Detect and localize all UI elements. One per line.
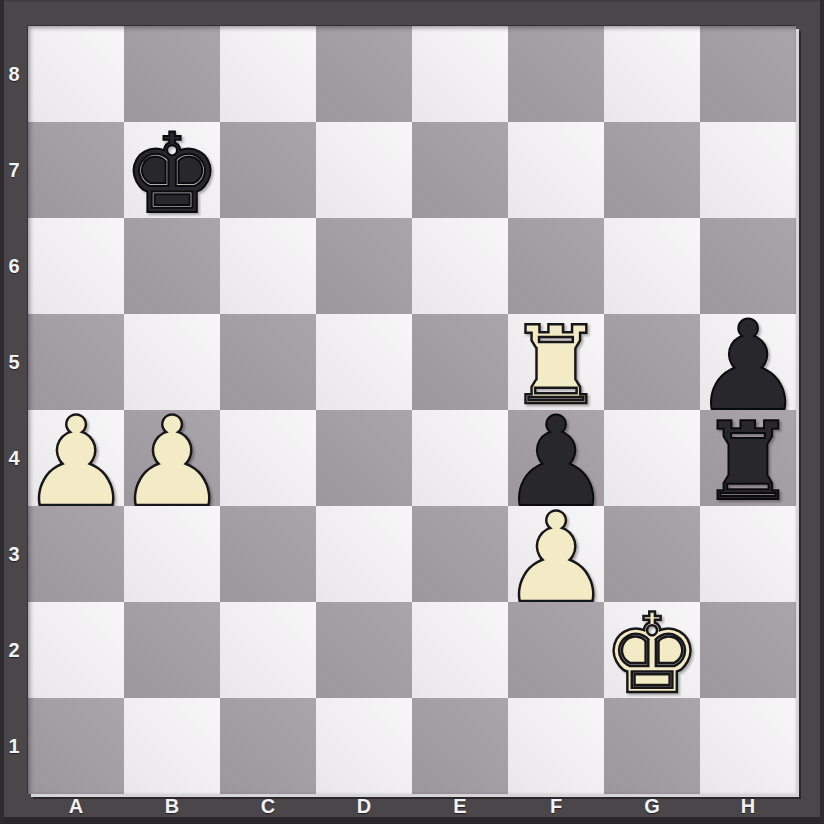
square-f1[interactable]	[508, 698, 604, 794]
square-a4[interactable]: ♟	[28, 410, 124, 506]
square-e7[interactable]	[412, 122, 508, 218]
square-b1[interactable]	[124, 698, 220, 794]
square-e2[interactable]	[412, 602, 508, 698]
rank-label-6: 6	[0, 218, 28, 314]
square-b2[interactable]	[124, 602, 220, 698]
square-a1[interactable]	[28, 698, 124, 794]
square-a3[interactable]	[28, 506, 124, 602]
square-f8[interactable]	[508, 26, 604, 122]
square-h1[interactable]	[700, 698, 796, 794]
square-g8[interactable]	[604, 26, 700, 122]
rank-label-3: 3	[0, 506, 28, 602]
chess-board: ♚♜♟♟♟♟♜♟♚	[28, 26, 796, 794]
square-a2[interactable]	[28, 602, 124, 698]
file-label-d: D	[316, 795, 412, 819]
square-e3[interactable]	[412, 506, 508, 602]
square-d6[interactable]	[316, 218, 412, 314]
square-d2[interactable]	[316, 602, 412, 698]
square-c8[interactable]	[220, 26, 316, 122]
rank-label-7: 7	[0, 122, 28, 218]
rank-label-8: 8	[0, 26, 28, 122]
file-label-e: E	[412, 795, 508, 819]
square-h5[interactable]: ♟	[700, 314, 796, 410]
square-f6[interactable]	[508, 218, 604, 314]
square-c1[interactable]	[220, 698, 316, 794]
square-c5[interactable]	[220, 314, 316, 410]
square-d4[interactable]	[316, 410, 412, 506]
file-coordinate-labels: ABCDEFGH	[28, 795, 796, 819]
square-c4[interactable]	[220, 410, 316, 506]
square-g4[interactable]	[604, 410, 700, 506]
square-b4[interactable]: ♟	[124, 410, 220, 506]
rank-coordinate-labels: 87654321	[0, 26, 28, 794]
square-e1[interactable]	[412, 698, 508, 794]
square-c6[interactable]	[220, 218, 316, 314]
rank-label-4: 4	[0, 410, 28, 506]
square-d3[interactable]	[316, 506, 412, 602]
file-label-b: B	[124, 795, 220, 819]
square-b6[interactable]	[124, 218, 220, 314]
square-e8[interactable]	[412, 26, 508, 122]
square-c7[interactable]	[220, 122, 316, 218]
square-e6[interactable]	[412, 218, 508, 314]
square-e4[interactable]	[412, 410, 508, 506]
square-a8[interactable]	[28, 26, 124, 122]
square-b7[interactable]: ♚	[124, 122, 220, 218]
file-label-g: G	[604, 795, 700, 819]
square-h4[interactable]: ♜	[700, 410, 796, 506]
square-a6[interactable]	[28, 218, 124, 314]
square-h8[interactable]	[700, 26, 796, 122]
piece-black-rook-h4[interactable]: ♜	[700, 408, 797, 516]
square-d7[interactable]	[316, 122, 412, 218]
square-h7[interactable]	[700, 122, 796, 218]
square-h3[interactable]	[700, 506, 796, 602]
square-c2[interactable]	[220, 602, 316, 698]
rank-label-5: 5	[0, 314, 28, 410]
square-g6[interactable]	[604, 218, 700, 314]
piece-white-king-g2[interactable]: ♚	[603, 599, 702, 709]
square-f7[interactable]	[508, 122, 604, 218]
rank-label-1: 1	[0, 698, 28, 794]
square-e5[interactable]	[412, 314, 508, 410]
square-b3[interactable]	[124, 506, 220, 602]
square-d1[interactable]	[316, 698, 412, 794]
square-g3[interactable]	[604, 506, 700, 602]
square-f3[interactable]: ♟	[508, 506, 604, 602]
square-d8[interactable]	[316, 26, 412, 122]
square-g5[interactable]	[604, 314, 700, 410]
rank-label-2: 2	[0, 602, 28, 698]
file-label-a: A	[28, 795, 124, 819]
file-label-h: H	[700, 795, 796, 819]
square-b8[interactable]	[124, 26, 220, 122]
square-f2[interactable]	[508, 602, 604, 698]
square-c3[interactable]	[220, 506, 316, 602]
square-g2[interactable]: ♚	[604, 602, 700, 698]
square-h2[interactable]	[700, 602, 796, 698]
file-label-f: F	[508, 795, 604, 819]
file-label-c: C	[220, 795, 316, 819]
square-g1[interactable]	[604, 698, 700, 794]
square-a7[interactable]	[28, 122, 124, 218]
piece-black-king-b7[interactable]: ♚	[123, 119, 222, 229]
square-g7[interactable]	[604, 122, 700, 218]
square-d5[interactable]	[316, 314, 412, 410]
